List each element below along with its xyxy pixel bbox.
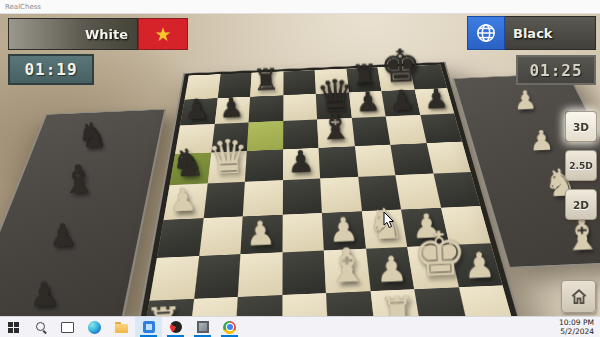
- square-c6[interactable]: [247, 121, 283, 151]
- chrome-icon: [223, 321, 236, 334]
- view-3d-button[interactable]: 3D: [565, 111, 597, 142]
- square-c4[interactable]: [243, 180, 283, 216]
- square-a2[interactable]: [150, 256, 199, 300]
- piece-white-pawn-f2[interactable]: ♟: [368, 251, 413, 288]
- square-c5[interactable]: [245, 149, 283, 182]
- game-app-icon: [170, 321, 182, 333]
- square-f6[interactable]: [351, 116, 390, 146]
- square-d2[interactable]: [282, 251, 326, 295]
- square-g7[interactable]: ♟: [381, 89, 420, 116]
- square-c2[interactable]: [238, 252, 282, 296]
- task-view-icon: [61, 322, 74, 333]
- captured-black-bishop: ♝: [11, 157, 147, 202]
- window-title: RealChess: [5, 3, 41, 11]
- task-view-button[interactable]: [54, 317, 81, 337]
- mouse-cursor: [383, 212, 395, 233]
- tray-slot: ♝: [11, 152, 155, 203]
- taskbar-file-explorer[interactable]: [108, 317, 135, 337]
- square-b7[interactable]: ♟: [214, 97, 250, 124]
- square-f7[interactable]: ♟: [349, 91, 386, 118]
- piece-black-rook-c8[interactable]: ♜: [249, 64, 283, 95]
- piece-black-pawn-f7[interactable]: ♟: [350, 87, 385, 116]
- piece-black-bishop-e6[interactable]: ♝: [317, 106, 354, 146]
- taskbar-chrome[interactable]: [216, 317, 243, 337]
- piece-black-pawn-h7[interactable]: ♟: [418, 84, 453, 113]
- square-d5[interactable]: ♟: [283, 148, 321, 181]
- square-a7[interactable]: ♟: [180, 98, 217, 125]
- piece-black-pawn-b7[interactable]: ♟: [213, 93, 248, 122]
- piece-white-pawn-a4[interactable]: ♟: [163, 184, 204, 217]
- square-c7[interactable]: [249, 95, 283, 122]
- piece-black-knight-a5[interactable]: ♞: [168, 143, 207, 183]
- taskbar-photos[interactable]: [189, 317, 216, 337]
- square-e4[interactable]: [320, 177, 361, 213]
- square-d4[interactable]: [282, 179, 322, 215]
- photos-icon: [197, 321, 209, 333]
- square-g2[interactable]: ♚: [407, 245, 458, 289]
- tray-slot: ♟: [0, 250, 135, 318]
- square-b5[interactable]: ♛: [207, 151, 247, 184]
- black-player-panel: Black: [467, 16, 596, 50]
- piece-black-pawn-d5[interactable]: ♟: [281, 146, 320, 178]
- piece-white-queen-b5[interactable]: ♛: [205, 133, 245, 182]
- square-h5[interactable]: [426, 141, 470, 173]
- white-name-bar: White: [8, 18, 138, 50]
- tray-slot: ♞: [30, 112, 164, 157]
- taskbar-time: 10:09 PM: [559, 318, 594, 327]
- edge-icon: [88, 321, 101, 334]
- square-a3[interactable]: [157, 218, 203, 258]
- square-b2[interactable]: [194, 254, 241, 298]
- home-button[interactable]: [561, 280, 596, 313]
- black-name-bar: Black: [505, 16, 596, 50]
- black-player-name: Black: [505, 26, 553, 41]
- search-icon: [35, 321, 47, 333]
- square-d8[interactable]: [283, 70, 316, 95]
- chess-3d-scene: ♞♝♟♟ ♜♜♚♟♟♛♟♟♟♝♞♛♟♟♟♟♞♟♝♟♚♟♜♜ ♟♟♞♝: [9, 13, 600, 337]
- taskbar-chess-app[interactable]: [135, 317, 162, 337]
- captured-black-tray: ♞♝♟♟: [0, 109, 166, 325]
- vietnam-flag: ★: [138, 18, 188, 50]
- windows-logo-icon: [8, 322, 19, 333]
- piece-white-pawn-c3[interactable]: ♟: [239, 216, 282, 251]
- globe-icon: [467, 16, 505, 50]
- square-b3[interactable]: [199, 216, 243, 256]
- captured-black-pawn: ♟: [0, 275, 123, 315]
- white-player-panel: White ★: [8, 18, 188, 50]
- home-icon: [570, 288, 588, 306]
- white-clock: 01:19: [8, 54, 94, 85]
- piece-black-king-g8[interactable]: ♚: [379, 42, 414, 89]
- square-f2[interactable]: ♟: [366, 247, 415, 291]
- square-c8[interactable]: ♜: [250, 71, 283, 96]
- file-explorer-icon: [115, 324, 128, 333]
- white-player-name: White: [85, 27, 137, 42]
- flag-star-icon: ★: [154, 25, 171, 44]
- window-titlebar: RealChess: [0, 0, 600, 14]
- chess-app-icon: [143, 321, 155, 333]
- black-clock: 01:25: [516, 55, 596, 85]
- square-h4[interactable]: [433, 172, 480, 208]
- square-h6[interactable]: [420, 113, 462, 142]
- square-b4[interactable]: [203, 182, 245, 218]
- square-d7[interactable]: [283, 94, 317, 121]
- taskbar-edge[interactable]: [81, 317, 108, 337]
- square-a4[interactable]: ♟: [164, 184, 208, 220]
- piece-black-pawn-g7[interactable]: ♟: [384, 86, 419, 115]
- square-e6[interactable]: ♝: [317, 118, 354, 148]
- view-2d-button[interactable]: 2D: [565, 189, 597, 220]
- start-button[interactable]: [0, 317, 27, 337]
- captured-black-pawn: ♟: [0, 217, 136, 254]
- square-a5[interactable]: ♞: [170, 152, 211, 185]
- square-c3[interactable]: ♟: [240, 214, 282, 254]
- view-2-5d-button[interactable]: 2.5D: [565, 150, 597, 181]
- piece-black-pawn-a7[interactable]: ♟: [179, 95, 214, 124]
- piece-white-king-g2[interactable]: ♚: [411, 223, 458, 286]
- square-f5[interactable]: [354, 145, 395, 177]
- square-h7[interactable]: ♟: [414, 88, 454, 115]
- square-d3[interactable]: [282, 213, 324, 253]
- tray-slot: ♟: [0, 198, 146, 257]
- view-mode-buttons: 3D 2.5D 2D: [565, 111, 597, 220]
- square-e5[interactable]: [319, 146, 358, 179]
- windows-taskbar: 10:09 PM 5/2/2024: [0, 316, 600, 337]
- piece-white-bishop-e2[interactable]: ♝: [324, 241, 370, 290]
- taskbar-game-app[interactable]: [162, 317, 189, 337]
- taskbar-clock[interactable]: 10:09 PM 5/2/2024: [559, 318, 594, 336]
- taskbar-search[interactable]: [27, 317, 54, 337]
- square-e2[interactable]: ♝: [324, 249, 370, 293]
- taskbar-date: 5/2/2024: [559, 327, 594, 336]
- piece-white-pawn-h2[interactable]: ♟: [456, 247, 501, 284]
- captured-black-knight: ♞: [29, 116, 156, 156]
